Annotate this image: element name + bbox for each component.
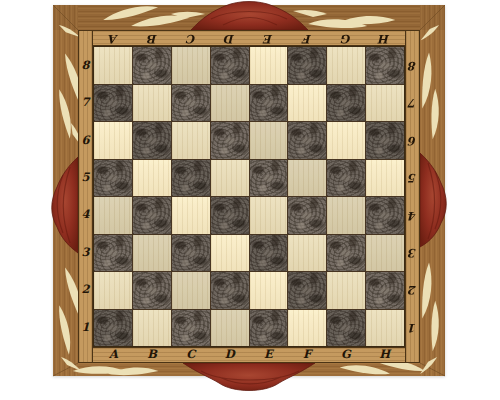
file-label-c: C (172, 31, 211, 45)
square-h8[interactable] (366, 47, 404, 84)
square-c3[interactable] (172, 235, 210, 272)
square-d2[interactable] (211, 272, 249, 309)
file-label-d: D (210, 348, 249, 362)
square-b6[interactable] (133, 122, 171, 159)
square-d5[interactable] (211, 160, 249, 197)
rank-label-6: 6 (79, 122, 92, 159)
square-h6[interactable] (366, 122, 404, 159)
square-a1[interactable] (94, 310, 132, 347)
square-g8[interactable] (327, 47, 365, 84)
square-d7[interactable] (211, 85, 249, 122)
square-e5[interactable] (250, 160, 288, 197)
square-a2[interactable] (94, 272, 132, 309)
rank-label-8: 8 (79, 47, 92, 84)
square-b8[interactable] (133, 47, 171, 84)
square-f4[interactable] (288, 197, 326, 234)
square-e6[interactable] (250, 122, 288, 159)
square-h5[interactable] (366, 160, 404, 197)
square-f2[interactable] (288, 272, 326, 309)
squares-grid (94, 47, 404, 346)
chess-board: ABCDEFGH ABCDEFGH 87654321 87654321 (53, 5, 445, 376)
square-a8[interactable] (94, 47, 132, 84)
square-g5[interactable] (327, 160, 365, 197)
square-b1[interactable] (133, 310, 171, 347)
rank-label-4: 4 (406, 197, 419, 234)
square-b3[interactable] (133, 235, 171, 272)
square-c6[interactable] (172, 122, 210, 159)
square-g4[interactable] (327, 197, 365, 234)
square-e7[interactable] (250, 85, 288, 122)
rank-label-3: 3 (406, 234, 419, 271)
square-c5[interactable] (172, 160, 210, 197)
file-label-f: F (288, 348, 327, 362)
square-a4[interactable] (94, 197, 132, 234)
square-h2[interactable] (366, 272, 404, 309)
square-c4[interactable] (172, 197, 210, 234)
square-g7[interactable] (327, 85, 365, 122)
square-f8[interactable] (288, 47, 326, 84)
rank-label-6: 6 (406, 122, 419, 159)
file-label-c: C (172, 348, 211, 362)
square-g6[interactable] (327, 122, 365, 159)
square-e4[interactable] (250, 197, 288, 234)
square-b2[interactable] (133, 272, 171, 309)
square-a7[interactable] (94, 85, 132, 122)
square-a5[interactable] (94, 160, 132, 197)
file-label-a: A (94, 31, 133, 45)
rank-label-5: 5 (406, 159, 419, 196)
square-h7[interactable] (366, 85, 404, 122)
square-d4[interactable] (211, 197, 249, 234)
square-g1[interactable] (327, 310, 365, 347)
square-c1[interactable] (172, 310, 210, 347)
file-label-e: E (249, 31, 288, 45)
file-label-h: H (365, 31, 404, 45)
rank-labels-right: 87654321 (405, 30, 420, 363)
file-label-b: B (133, 31, 172, 45)
rank-label-3: 3 (79, 234, 92, 271)
board-photo: ABCDEFGH ABCDEFGH 87654321 87654321 (0, 0, 500, 400)
square-b4[interactable] (133, 197, 171, 234)
square-b5[interactable] (133, 160, 171, 197)
rank-label-5: 5 (79, 159, 92, 196)
square-c7[interactable] (172, 85, 210, 122)
square-d6[interactable] (211, 122, 249, 159)
square-h4[interactable] (366, 197, 404, 234)
rank-label-1: 1 (79, 309, 92, 346)
file-label-f: F (288, 31, 327, 45)
square-e8[interactable] (250, 47, 288, 84)
file-label-d: D (210, 31, 249, 45)
square-g2[interactable] (327, 272, 365, 309)
file-label-e: E (249, 348, 288, 362)
file-label-b: B (133, 348, 172, 362)
rank-label-7: 7 (79, 84, 92, 121)
file-labels-top: ABCDEFGH (78, 30, 420, 46)
square-e2[interactable] (250, 272, 288, 309)
rank-label-2: 2 (79, 271, 92, 308)
square-d8[interactable] (211, 47, 249, 84)
file-label-g: G (327, 348, 366, 362)
square-d3[interactable] (211, 235, 249, 272)
rank-label-4: 4 (79, 197, 92, 234)
square-e1[interactable] (250, 310, 288, 347)
square-c2[interactable] (172, 272, 210, 309)
rank-label-7: 7 (406, 84, 419, 121)
square-h1[interactable] (366, 310, 404, 347)
square-a6[interactable] (94, 122, 132, 159)
rank-label-1: 1 (406, 309, 419, 346)
square-f5[interactable] (288, 160, 326, 197)
file-label-h: H (365, 348, 404, 362)
file-labels-bottom: ABCDEFGH (78, 347, 420, 363)
square-a3[interactable] (94, 235, 132, 272)
square-h3[interactable] (366, 235, 404, 272)
file-label-a: A (94, 348, 133, 362)
file-label-g: G (327, 31, 366, 45)
square-c8[interactable] (172, 47, 210, 84)
rank-label-2: 2 (406, 271, 419, 308)
red-burl-inlay-bottom (183, 363, 315, 391)
square-f6[interactable] (288, 122, 326, 159)
rank-labels-left: 87654321 (78, 30, 93, 363)
square-f3[interactable] (288, 235, 326, 272)
square-d1[interactable] (211, 310, 249, 347)
square-e3[interactable] (250, 235, 288, 272)
playing-area (93, 46, 405, 347)
square-b7[interactable] (133, 85, 171, 122)
square-f1[interactable] (288, 310, 326, 347)
square-g3[interactable] (327, 235, 365, 272)
rank-label-8: 8 (406, 47, 419, 84)
square-f7[interactable] (288, 85, 326, 122)
